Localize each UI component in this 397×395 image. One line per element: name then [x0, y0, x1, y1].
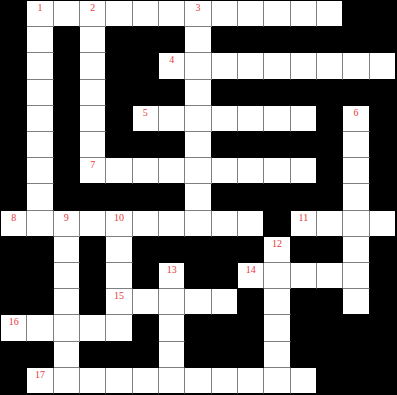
- black-square: [54, 184, 80, 210]
- white-square[interactable]: [27, 80, 53, 106]
- white-square[interactable]: [27, 184, 53, 210]
- black-square: [343, 1, 369, 27]
- black-square: [317, 184, 343, 210]
- white-square[interactable]: [159, 289, 185, 315]
- black-square: [212, 184, 238, 210]
- white-square[interactable]: [291, 53, 317, 79]
- clue-number: 9: [54, 212, 79, 223]
- white-square[interactable]: [291, 106, 317, 132]
- white-square[interactable]: [27, 27, 53, 53]
- black-square: [1, 263, 27, 289]
- black-square: [291, 315, 317, 341]
- black-square: [133, 263, 159, 289]
- black-square: [1, 158, 27, 184]
- clue-number: 3: [185, 2, 210, 13]
- black-square: [317, 289, 343, 315]
- white-square[interactable]: [106, 1, 132, 27]
- white-square[interactable]: 3: [185, 1, 211, 27]
- black-square: [1, 106, 27, 132]
- white-square[interactable]: [159, 106, 185, 132]
- black-square: [80, 342, 106, 368]
- black-square: [54, 132, 80, 158]
- black-square: [27, 289, 53, 315]
- white-square[interactable]: [54, 237, 80, 263]
- black-square: [80, 237, 106, 263]
- black-square: [133, 184, 159, 210]
- white-square[interactable]: [106, 368, 132, 394]
- black-square: [291, 80, 317, 106]
- black-square: [343, 315, 369, 341]
- black-square: [133, 80, 159, 106]
- black-square: [343, 80, 369, 106]
- white-square[interactable]: [80, 80, 106, 106]
- white-square[interactable]: 5: [133, 106, 159, 132]
- white-square[interactable]: [370, 211, 396, 237]
- black-square: [133, 53, 159, 79]
- white-square[interactable]: [106, 237, 132, 263]
- black-square: [317, 315, 343, 341]
- white-square[interactable]: [27, 106, 53, 132]
- white-square[interactable]: [159, 315, 185, 341]
- black-square: [317, 368, 343, 394]
- white-square[interactable]: [238, 106, 264, 132]
- black-square: [238, 132, 264, 158]
- black-square: [54, 106, 80, 132]
- white-square[interactable]: [159, 158, 185, 184]
- black-square: [238, 80, 264, 106]
- white-square[interactable]: [80, 106, 106, 132]
- black-square: [185, 263, 211, 289]
- black-square: [1, 342, 27, 368]
- black-square: [54, 80, 80, 106]
- black-square: [212, 27, 238, 53]
- white-square[interactable]: [27, 53, 53, 79]
- white-square[interactable]: [54, 289, 80, 315]
- black-square: [133, 315, 159, 341]
- black-square: [212, 263, 238, 289]
- white-square[interactable]: [343, 53, 369, 79]
- black-square: [106, 27, 132, 53]
- black-square: [159, 80, 185, 106]
- black-square: [317, 237, 343, 263]
- black-square: [212, 315, 238, 341]
- black-square: [1, 289, 27, 315]
- black-square: [133, 132, 159, 158]
- black-square: [264, 27, 290, 53]
- black-square: [27, 342, 53, 368]
- black-square: [159, 27, 185, 53]
- black-square: [54, 53, 80, 79]
- white-square[interactable]: [291, 263, 317, 289]
- white-square[interactable]: [343, 132, 369, 158]
- white-square[interactable]: [185, 158, 211, 184]
- black-square: [212, 80, 238, 106]
- white-square[interactable]: [54, 368, 80, 394]
- white-square[interactable]: [264, 1, 290, 27]
- white-square[interactable]: [54, 315, 80, 341]
- black-square: [317, 342, 343, 368]
- black-square: [1, 53, 27, 79]
- black-square: [238, 237, 264, 263]
- white-square[interactable]: [264, 263, 290, 289]
- black-square: [1, 368, 27, 394]
- black-square: [370, 342, 396, 368]
- clue-number: 7: [80, 159, 105, 170]
- white-square[interactable]: [212, 368, 238, 394]
- white-square[interactable]: [185, 106, 211, 132]
- white-square[interactable]: [106, 158, 132, 184]
- white-square[interactable]: [238, 211, 264, 237]
- clue-number: 14: [238, 264, 263, 275]
- white-square[interactable]: 9: [54, 211, 80, 237]
- black-square: [264, 80, 290, 106]
- white-square[interactable]: [80, 368, 106, 394]
- white-square[interactable]: [159, 368, 185, 394]
- black-square: [317, 158, 343, 184]
- black-square: [343, 342, 369, 368]
- white-square[interactable]: 7: [80, 158, 106, 184]
- black-square: [370, 158, 396, 184]
- black-square: [212, 342, 238, 368]
- white-square[interactable]: [185, 132, 211, 158]
- black-square: [343, 27, 369, 53]
- clue-number: 17: [27, 369, 52, 380]
- clue-number: 5: [133, 107, 158, 118]
- white-square[interactable]: [106, 315, 132, 341]
- white-square[interactable]: [291, 158, 317, 184]
- black-square: [212, 132, 238, 158]
- black-square: [264, 211, 290, 237]
- black-square: [317, 80, 343, 106]
- black-square: [80, 184, 106, 210]
- white-square[interactable]: [159, 1, 185, 27]
- black-square: [1, 80, 27, 106]
- white-square[interactable]: [185, 53, 211, 79]
- black-square: [238, 342, 264, 368]
- white-square[interactable]: [317, 1, 343, 27]
- clue-number: 1: [27, 2, 52, 13]
- white-square[interactable]: [212, 158, 238, 184]
- black-square: [291, 237, 317, 263]
- black-square: [159, 132, 185, 158]
- black-square: [370, 368, 396, 394]
- clue-number: 15: [106, 290, 131, 301]
- clue-number: 2: [80, 2, 105, 13]
- white-square[interactable]: [343, 237, 369, 263]
- black-square: [238, 27, 264, 53]
- black-square: [317, 132, 343, 158]
- white-square[interactable]: 17: [27, 368, 53, 394]
- white-square[interactable]: [238, 1, 264, 27]
- black-square: [133, 342, 159, 368]
- black-square: [317, 106, 343, 132]
- white-square[interactable]: 8: [1, 211, 27, 237]
- white-square[interactable]: [212, 289, 238, 315]
- white-square[interactable]: [317, 211, 343, 237]
- black-square: [106, 342, 132, 368]
- white-square[interactable]: [27, 132, 53, 158]
- white-square[interactable]: 16: [1, 315, 27, 341]
- black-square: [80, 289, 106, 315]
- black-square: [238, 315, 264, 341]
- black-square: [291, 342, 317, 368]
- white-square[interactable]: [185, 211, 211, 237]
- white-square[interactable]: [343, 289, 369, 315]
- black-square: [370, 106, 396, 132]
- black-square: [212, 237, 238, 263]
- black-square: [106, 184, 132, 210]
- white-square[interactable]: 12: [264, 237, 290, 263]
- black-square: [185, 342, 211, 368]
- white-square[interactable]: [54, 342, 80, 368]
- white-square[interactable]: [27, 158, 53, 184]
- white-square[interactable]: [80, 315, 106, 341]
- black-square: [185, 315, 211, 341]
- black-square: [238, 184, 264, 210]
- white-square[interactable]: [159, 211, 185, 237]
- white-square[interactable]: [212, 106, 238, 132]
- white-square[interactable]: [264, 368, 290, 394]
- black-square: [106, 132, 132, 158]
- black-square: [370, 1, 396, 27]
- black-square: [1, 184, 27, 210]
- clue-number: 6: [343, 107, 368, 118]
- white-square[interactable]: [343, 158, 369, 184]
- white-square[interactable]: [133, 158, 159, 184]
- white-square[interactable]: [80, 53, 106, 79]
- black-square: [291, 27, 317, 53]
- black-square: [159, 184, 185, 210]
- clue-number: 16: [1, 316, 26, 327]
- black-square: [54, 27, 80, 53]
- white-square[interactable]: [264, 315, 290, 341]
- black-square: [291, 132, 317, 158]
- white-square[interactable]: 6: [343, 106, 369, 132]
- white-square[interactable]: [185, 27, 211, 53]
- white-square[interactable]: [264, 106, 290, 132]
- white-square[interactable]: [291, 368, 317, 394]
- black-square: [80, 263, 106, 289]
- white-square[interactable]: 10: [106, 211, 132, 237]
- white-square[interactable]: [106, 263, 132, 289]
- black-square: [317, 27, 343, 53]
- white-square[interactable]: [291, 1, 317, 27]
- white-square[interactable]: [54, 1, 80, 27]
- black-square: [370, 237, 396, 263]
- white-square[interactable]: 2: [80, 1, 106, 27]
- black-square: [1, 27, 27, 53]
- white-square[interactable]: [343, 184, 369, 210]
- white-square[interactable]: 4: [159, 53, 185, 79]
- clue-number: 11: [291, 212, 316, 223]
- white-square[interactable]: [54, 263, 80, 289]
- white-square[interactable]: [238, 158, 264, 184]
- black-square: [370, 263, 396, 289]
- black-square: [159, 237, 185, 263]
- white-square[interactable]: 11: [291, 211, 317, 237]
- black-square: [370, 132, 396, 158]
- white-square[interactable]: [27, 211, 53, 237]
- white-square[interactable]: [212, 1, 238, 27]
- black-square: [27, 263, 53, 289]
- white-square[interactable]: 13: [159, 263, 185, 289]
- black-square: [133, 237, 159, 263]
- white-square[interactable]: [185, 289, 211, 315]
- white-square[interactable]: [317, 263, 343, 289]
- black-square: [291, 289, 317, 315]
- black-square: [370, 27, 396, 53]
- black-square: [370, 184, 396, 210]
- black-square: [106, 53, 132, 79]
- black-square: [133, 27, 159, 53]
- white-square[interactable]: [133, 289, 159, 315]
- white-square[interactable]: 1: [27, 1, 53, 27]
- black-square: [185, 237, 211, 263]
- clue-number: 12: [264, 238, 289, 249]
- white-square[interactable]: [212, 53, 238, 79]
- white-square[interactable]: 14: [238, 263, 264, 289]
- white-square[interactable]: [133, 1, 159, 27]
- clue-number: 8: [1, 212, 26, 223]
- clue-number: 4: [159, 54, 184, 65]
- white-square[interactable]: [212, 211, 238, 237]
- white-square[interactable]: [238, 53, 264, 79]
- white-square[interactable]: [185, 80, 211, 106]
- white-square[interactable]: [133, 368, 159, 394]
- black-square: [54, 158, 80, 184]
- black-square: [264, 184, 290, 210]
- white-square[interactable]: [317, 53, 343, 79]
- white-square[interactable]: [264, 53, 290, 79]
- black-square: [1, 237, 27, 263]
- black-square: [291, 184, 317, 210]
- white-square[interactable]: [370, 53, 396, 79]
- black-square: [27, 237, 53, 263]
- white-square[interactable]: [264, 158, 290, 184]
- white-square[interactable]: [133, 211, 159, 237]
- clue-number: 13: [159, 264, 184, 275]
- white-square[interactable]: [343, 263, 369, 289]
- white-square[interactable]: [159, 342, 185, 368]
- white-square[interactable]: [80, 27, 106, 53]
- black-square: [370, 289, 396, 315]
- black-square: [343, 368, 369, 394]
- white-square[interactable]: [80, 211, 106, 237]
- black-square: [370, 80, 396, 106]
- white-square[interactable]: [80, 132, 106, 158]
- black-square: [1, 1, 27, 27]
- white-square[interactable]: [264, 289, 290, 315]
- black-square: [106, 106, 132, 132]
- black-square: [1, 132, 27, 158]
- white-square[interactable]: [185, 368, 211, 394]
- white-square[interactable]: [343, 211, 369, 237]
- white-square[interactable]: [27, 315, 53, 341]
- white-square[interactable]: [264, 342, 290, 368]
- black-square: [106, 80, 132, 106]
- crossword-grid: 1234567891011121314151617: [0, 0, 397, 395]
- white-square[interactable]: [185, 184, 211, 210]
- black-square: [370, 315, 396, 341]
- black-square: [264, 132, 290, 158]
- white-square[interactable]: [238, 368, 264, 394]
- white-square[interactable]: 15: [106, 289, 132, 315]
- clue-number: 10: [106, 212, 131, 223]
- black-square: [238, 289, 264, 315]
